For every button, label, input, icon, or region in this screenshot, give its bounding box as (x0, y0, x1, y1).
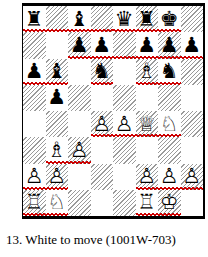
square-c4[interactable] (68, 111, 91, 137)
piece-black-king[interactable]: ♚ (160, 9, 179, 30)
square-h1[interactable] (181, 190, 204, 216)
piece-white-pawn[interactable]: ♟♙ (182, 166, 201, 187)
piece-white-knight[interactable]: ♞♘ (47, 192, 66, 213)
square-e1[interactable] (113, 190, 136, 216)
piece-glyph: ♙ (115, 112, 134, 136)
square-b7[interactable] (46, 32, 69, 58)
piece-glyph: ♟ (137, 33, 156, 57)
square-f1[interactable]: ♜♖ (136, 190, 159, 216)
puzzle-caption: 13. White to move (1001W-703) (6, 232, 176, 248)
piece-white-pawn[interactable]: ♟♙ (92, 114, 111, 135)
piece-white-pawn[interactable]: ♟♙ (160, 166, 179, 187)
square-d2[interactable] (91, 164, 114, 190)
square-a2[interactable]: ♟♙ (23, 164, 46, 190)
square-c1[interactable] (68, 190, 91, 216)
square-e3[interactable] (113, 137, 136, 163)
piece-glyph: ♟ (25, 59, 44, 83)
square-a6[interactable]: ♟ (23, 59, 46, 85)
piece-glyph: ♝ (70, 7, 89, 31)
piece-black-pawn[interactable]: ♟ (47, 87, 66, 108)
square-d5[interactable] (91, 85, 114, 111)
square-d7[interactable]: ♟ (91, 32, 114, 58)
square-h8[interactable] (181, 6, 204, 32)
piece-glyph: ♜ (137, 7, 156, 31)
square-b8[interactable] (46, 6, 69, 32)
square-a7[interactable] (23, 32, 46, 58)
piece-white-pawn[interactable]: ♟♙ (70, 140, 89, 161)
square-b3[interactable]: ♝♗ (46, 137, 69, 163)
piece-glyph: ♟ (92, 33, 111, 57)
square-a8[interactable]: ♜ (23, 6, 46, 32)
piece-black-bishop[interactable]: ♝ (70, 9, 89, 30)
square-c5[interactable] (68, 85, 91, 111)
piece-glyph: ♙ (160, 164, 179, 188)
piece-white-rook[interactable]: ♜♖ (137, 192, 156, 213)
square-g6[interactable]: ♞ (158, 59, 181, 85)
piece-black-pawn[interactable]: ♟ (25, 61, 44, 82)
piece-white-pawn[interactable]: ♟♙ (47, 166, 66, 187)
square-e7[interactable] (113, 32, 136, 58)
piece-black-pawn[interactable]: ♟ (160, 35, 179, 56)
piece-glyph: ♝ (47, 59, 66, 83)
piece-glyph: ♟ (182, 33, 201, 57)
piece-white-pawn[interactable]: ♟♙ (25, 166, 44, 187)
piece-black-pawn[interactable]: ♟ (182, 35, 201, 56)
square-a5[interactable] (23, 85, 46, 111)
square-b4[interactable] (46, 111, 69, 137)
piece-black-rook[interactable]: ♜ (137, 9, 156, 30)
square-c2[interactable] (68, 164, 91, 190)
square-e6[interactable] (113, 59, 136, 85)
square-f4[interactable]: ♛♕ (136, 111, 159, 137)
piece-white-pawn[interactable]: ♟♙ (115, 114, 134, 135)
square-c3[interactable]: ♟♙ (68, 137, 91, 163)
square-h2[interactable]: ♟♙ (181, 164, 204, 190)
square-c7[interactable]: ♟ (68, 32, 91, 58)
square-f8[interactable]: ♜ (136, 6, 159, 32)
square-g3[interactable] (158, 137, 181, 163)
square-h4[interactable] (181, 111, 204, 137)
square-a3[interactable] (23, 137, 46, 163)
square-g4[interactable]: ♞♘ (158, 111, 181, 137)
square-a4[interactable] (23, 111, 46, 137)
square-f6[interactable]: ♝♗ (136, 59, 159, 85)
square-f3[interactable] (136, 137, 159, 163)
piece-black-bishop[interactable]: ♝ (47, 61, 66, 82)
piece-glyph: ♙ (92, 112, 111, 136)
square-e4[interactable]: ♟♙ (113, 111, 136, 137)
square-g1[interactable]: ♚♔ (158, 190, 181, 216)
square-d1[interactable] (91, 190, 114, 216)
piece-black-knight[interactable]: ♞ (92, 61, 111, 82)
square-c6[interactable] (68, 59, 91, 85)
square-b2[interactable]: ♟♙ (46, 164, 69, 190)
square-g7[interactable]: ♟ (158, 32, 181, 58)
piece-glyph: ♙ (47, 164, 66, 188)
square-g8[interactable]: ♚ (158, 6, 181, 32)
square-h6[interactable] (181, 59, 204, 85)
piece-glyph: ♖ (25, 190, 44, 214)
square-f7[interactable]: ♟ (136, 32, 159, 58)
piece-glyph: ♙ (70, 138, 89, 162)
piece-white-rook[interactable]: ♜♖ (25, 192, 44, 213)
square-b1[interactable]: ♞♘ (46, 190, 69, 216)
square-d4[interactable]: ♟♙ (91, 111, 114, 137)
square-g5[interactable] (158, 85, 181, 111)
piece-black-rook[interactable]: ♜ (25, 9, 44, 30)
piece-glyph: ♚ (160, 7, 179, 31)
piece-glyph: ♔ (160, 190, 179, 214)
piece-black-pawn[interactable]: ♟ (137, 35, 156, 56)
piece-glyph: ♜ (25, 7, 44, 31)
piece-glyph: ♟ (47, 85, 66, 109)
square-a1[interactable]: ♜♖ (23, 190, 46, 216)
square-e8[interactable]: ♛ (113, 6, 136, 32)
piece-glyph: ♘ (47, 190, 66, 214)
piece-glyph: ♙ (137, 164, 156, 188)
piece-glyph: ♟ (70, 33, 89, 57)
piece-white-pawn[interactable]: ♟♙ (137, 166, 156, 187)
piece-black-pawn[interactable]: ♟ (92, 35, 111, 56)
square-g2[interactable]: ♟♙ (158, 164, 181, 190)
square-b5[interactable]: ♟ (46, 85, 69, 111)
piece-glyph: ♙ (182, 164, 201, 188)
square-d3[interactable] (91, 137, 114, 163)
piece-glyph: ♙ (25, 164, 44, 188)
piece-glyph: ♞ (92, 59, 111, 83)
square-d6[interactable]: ♞ (91, 59, 114, 85)
square-h5[interactable] (181, 85, 204, 111)
square-h3[interactable] (181, 137, 204, 163)
piece-white-queen[interactable]: ♛♕ (137, 114, 156, 135)
square-f5[interactable] (136, 85, 159, 111)
square-c8[interactable]: ♝ (68, 6, 91, 32)
piece-white-king[interactable]: ♚♔ (160, 192, 179, 213)
piece-glyph: ♗ (47, 138, 66, 162)
piece-glyph: ♕ (137, 112, 156, 136)
piece-black-knight[interactable]: ♞ (160, 61, 179, 82)
square-b6[interactable]: ♝ (46, 59, 69, 85)
piece-white-bishop[interactable]: ♝♗ (137, 61, 156, 82)
square-f2[interactable]: ♟♙ (136, 164, 159, 190)
piece-glyph: ♘ (160, 112, 179, 136)
piece-glyph: ♖ (137, 190, 156, 214)
square-h7[interactable]: ♟ (181, 32, 204, 58)
piece-white-knight[interactable]: ♞♘ (160, 114, 179, 135)
piece-black-pawn[interactable]: ♟ (70, 35, 89, 56)
square-e2[interactable] (113, 164, 136, 190)
piece-glyph: ♞ (160, 59, 179, 83)
chess-board: ♜♝♛♜♚♟♟♟♟♟♟♝♞♝♗♞♟♟♙♟♙♛♕♞♘♝♗♟♙♟♙♟♙♟♙♟♙♟♙♜… (23, 6, 203, 216)
piece-glyph: ♛ (115, 7, 134, 31)
piece-glyph: ♗ (137, 59, 156, 83)
square-d8[interactable] (91, 6, 114, 32)
square-e5[interactable] (113, 85, 136, 111)
board-frame: ♜♝♛♜♚♟♟♟♟♟♟♝♞♝♗♞♟♟♙♟♙♛♕♞♘♝♗♟♙♟♙♟♙♟♙♟♙♟♙♜… (22, 3, 205, 219)
piece-white-bishop[interactable]: ♝♗ (47, 140, 66, 161)
puzzle-diagram-page: ♜♝♛♜♚♟♟♟♟♟♟♝♞♝♗♞♟♟♙♟♙♛♕♞♘♝♗♟♙♟♙♟♙♟♙♟♙♟♙♜… (0, 0, 208, 257)
piece-black-queen[interactable]: ♛ (115, 9, 134, 30)
piece-glyph: ♟ (160, 33, 179, 57)
